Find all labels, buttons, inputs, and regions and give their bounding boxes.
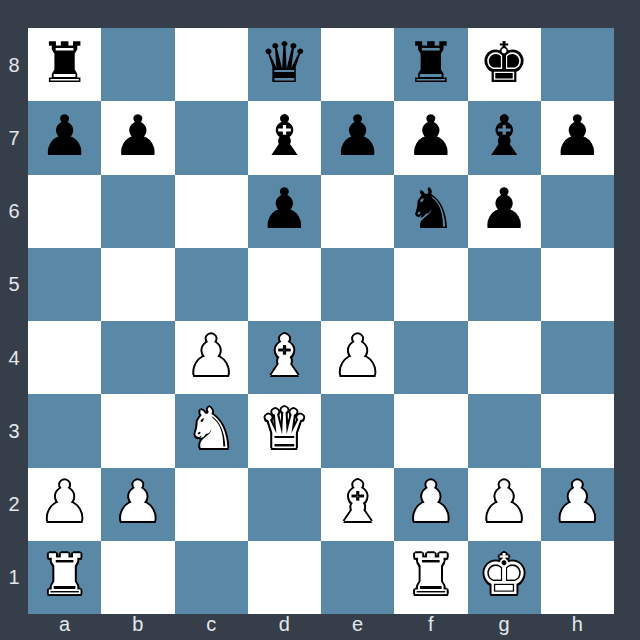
square-c4[interactable]: ♟ bbox=[175, 321, 248, 394]
square-h7[interactable]: ♟ bbox=[541, 101, 614, 174]
black-queen[interactable]: ♛ bbox=[259, 35, 309, 91]
square-d7[interactable]: ♝ bbox=[248, 101, 321, 174]
square-g6[interactable]: ♟ bbox=[468, 175, 541, 248]
square-c5[interactable] bbox=[175, 248, 248, 321]
black-pawn[interactable]: ♟ bbox=[552, 108, 602, 164]
square-f1[interactable]: ♜ bbox=[394, 541, 467, 614]
square-h3[interactable] bbox=[541, 394, 614, 467]
square-f5[interactable] bbox=[394, 248, 467, 321]
file-label-g: g bbox=[468, 614, 541, 640]
square-a1[interactable]: ♜ bbox=[28, 541, 101, 614]
black-pawn[interactable]: ♟ bbox=[40, 108, 90, 164]
square-g2[interactable]: ♟ bbox=[468, 468, 541, 541]
square-g1[interactable]: ♚ bbox=[468, 541, 541, 614]
square-e4[interactable]: ♟ bbox=[321, 321, 394, 394]
file-labels: abcdefgh bbox=[28, 614, 614, 640]
square-e7[interactable]: ♟ bbox=[321, 101, 394, 174]
square-g8[interactable]: ♚ bbox=[468, 28, 541, 101]
rank-label-6: 6 bbox=[0, 175, 28, 248]
square-h4[interactable] bbox=[541, 321, 614, 394]
rank-labels: 87654321 bbox=[0, 28, 28, 614]
square-e5[interactable] bbox=[321, 248, 394, 321]
black-rook[interactable]: ♜ bbox=[40, 35, 90, 91]
black-knight[interactable]: ♞ bbox=[406, 181, 456, 237]
square-f3[interactable] bbox=[394, 394, 467, 467]
square-c8[interactable] bbox=[175, 28, 248, 101]
square-a5[interactable] bbox=[28, 248, 101, 321]
file-label-c: c bbox=[175, 614, 248, 640]
square-b5[interactable] bbox=[101, 248, 174, 321]
chess-board: ♜♛♜♚♟♟♝♟♟♝♟♟♞♟♟♝♟♞♛♟♟♝♟♟♟♜♜♚ bbox=[28, 28, 614, 614]
square-b3[interactable] bbox=[101, 394, 174, 467]
rank-label-2: 2 bbox=[0, 468, 28, 541]
black-bishop[interactable]: ♝ bbox=[479, 108, 529, 164]
white-rook[interactable]: ♜ bbox=[40, 547, 90, 603]
white-king[interactable]: ♚ bbox=[479, 547, 529, 603]
file-label-b: b bbox=[101, 614, 174, 640]
white-pawn[interactable]: ♟ bbox=[186, 328, 236, 384]
square-g7[interactable]: ♝ bbox=[468, 101, 541, 174]
file-label-h: h bbox=[541, 614, 614, 640]
white-pawn[interactable]: ♟ bbox=[406, 474, 456, 530]
rank-label-3: 3 bbox=[0, 394, 28, 467]
square-b2[interactable]: ♟ bbox=[101, 468, 174, 541]
black-pawn[interactable]: ♟ bbox=[113, 108, 163, 164]
square-d3[interactable]: ♛ bbox=[248, 394, 321, 467]
square-g4[interactable] bbox=[468, 321, 541, 394]
square-d5[interactable] bbox=[248, 248, 321, 321]
chess-app: 87654321 ♜♛♜♚♟♟♝♟♟♝♟♟♞♟♟♝♟♞♛♟♟♝♟♟♟♜♜♚ ab… bbox=[0, 0, 640, 640]
file-label-f: f bbox=[394, 614, 467, 640]
square-d8[interactable]: ♛ bbox=[248, 28, 321, 101]
square-h2[interactable]: ♟ bbox=[541, 468, 614, 541]
white-pawn[interactable]: ♟ bbox=[552, 474, 602, 530]
black-bishop[interactable]: ♝ bbox=[259, 108, 309, 164]
square-a8[interactable]: ♜ bbox=[28, 28, 101, 101]
black-pawn[interactable]: ♟ bbox=[406, 108, 456, 164]
square-b6[interactable] bbox=[101, 175, 174, 248]
white-knight[interactable]: ♞ bbox=[186, 401, 236, 457]
rank-label-1: 1 bbox=[0, 541, 28, 614]
file-label-e: e bbox=[321, 614, 394, 640]
square-a2[interactable]: ♟ bbox=[28, 468, 101, 541]
square-g3[interactable] bbox=[468, 394, 541, 467]
file-label-a: a bbox=[28, 614, 101, 640]
square-e2[interactable]: ♝ bbox=[321, 468, 394, 541]
square-a4[interactable] bbox=[28, 321, 101, 394]
square-h5[interactable] bbox=[541, 248, 614, 321]
white-pawn[interactable]: ♟ bbox=[479, 474, 529, 530]
square-h6[interactable] bbox=[541, 175, 614, 248]
square-c1[interactable] bbox=[175, 541, 248, 614]
white-pawn[interactable]: ♟ bbox=[113, 474, 163, 530]
square-f4[interactable] bbox=[394, 321, 467, 394]
rank-label-5: 5 bbox=[0, 248, 28, 321]
white-pawn[interactable]: ♟ bbox=[40, 474, 90, 530]
square-d1[interactable] bbox=[248, 541, 321, 614]
white-queen[interactable]: ♛ bbox=[259, 401, 309, 457]
rank-label-8: 8 bbox=[0, 28, 28, 101]
square-e1[interactable] bbox=[321, 541, 394, 614]
black-king[interactable]: ♚ bbox=[479, 35, 529, 91]
square-d6[interactable]: ♟ bbox=[248, 175, 321, 248]
square-b4[interactable] bbox=[101, 321, 174, 394]
square-b8[interactable] bbox=[101, 28, 174, 101]
square-f2[interactable]: ♟ bbox=[394, 468, 467, 541]
black-pawn[interactable]: ♟ bbox=[259, 181, 309, 237]
black-rook[interactable]: ♜ bbox=[406, 35, 456, 91]
square-e8[interactable] bbox=[321, 28, 394, 101]
square-a6[interactable] bbox=[28, 175, 101, 248]
black-pawn[interactable]: ♟ bbox=[479, 181, 529, 237]
white-rook[interactable]: ♜ bbox=[406, 547, 456, 603]
square-c6[interactable] bbox=[175, 175, 248, 248]
square-a3[interactable] bbox=[28, 394, 101, 467]
square-d4[interactable]: ♝ bbox=[248, 321, 321, 394]
rank-label-7: 7 bbox=[0, 101, 28, 174]
square-f7[interactable]: ♟ bbox=[394, 101, 467, 174]
square-b1[interactable] bbox=[101, 541, 174, 614]
square-f8[interactable]: ♜ bbox=[394, 28, 467, 101]
square-g5[interactable] bbox=[468, 248, 541, 321]
white-pawn[interactable]: ♟ bbox=[333, 328, 383, 384]
square-d2[interactable] bbox=[248, 468, 321, 541]
black-pawn[interactable]: ♟ bbox=[333, 108, 383, 164]
square-h8[interactable] bbox=[541, 28, 614, 101]
file-label-d: d bbox=[248, 614, 321, 640]
square-h1[interactable] bbox=[541, 541, 614, 614]
white-bishop[interactable]: ♝ bbox=[333, 474, 383, 530]
square-b7[interactable]: ♟ bbox=[101, 101, 174, 174]
white-bishop[interactable]: ♝ bbox=[259, 328, 309, 384]
square-a7[interactable]: ♟ bbox=[28, 101, 101, 174]
rank-label-4: 4 bbox=[0, 321, 28, 394]
square-c7[interactable] bbox=[175, 101, 248, 174]
square-e3[interactable] bbox=[321, 394, 394, 467]
square-c2[interactable] bbox=[175, 468, 248, 541]
square-c3[interactable]: ♞ bbox=[175, 394, 248, 467]
square-f6[interactable]: ♞ bbox=[394, 175, 467, 248]
square-e6[interactable] bbox=[321, 175, 394, 248]
